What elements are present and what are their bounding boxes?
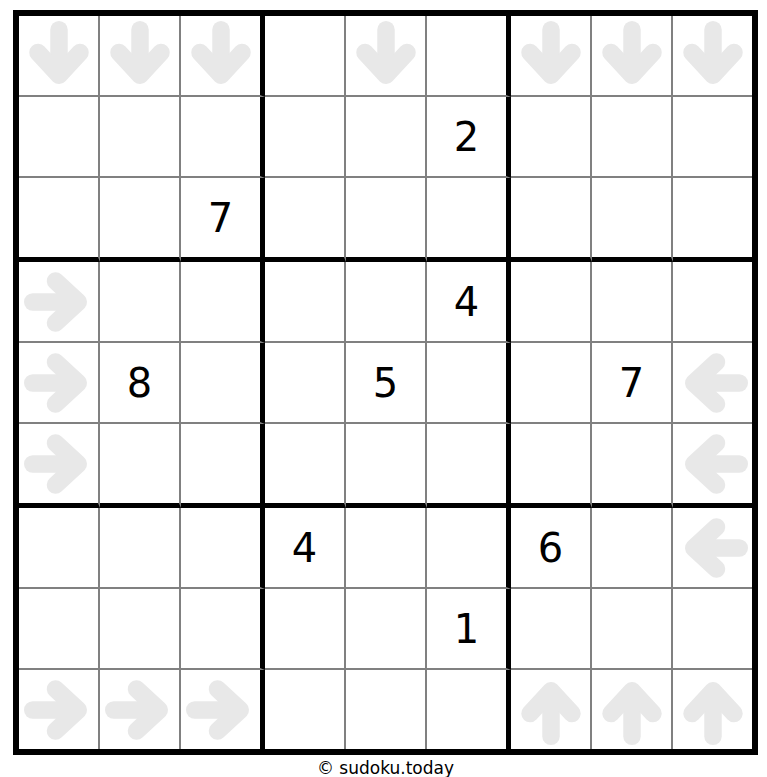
cell-r9c4[interactable] [265, 670, 346, 749]
cell-r1c5[interactable] [346, 16, 427, 97]
cell-r1c1[interactable] [19, 16, 100, 97]
cell-r2c6: 2 [427, 97, 511, 178]
cell-r5c1[interactable] [19, 343, 100, 424]
arrow-down-icon [597, 21, 667, 91]
cell-r7c3[interactable] [181, 508, 265, 589]
cell-r7c9[interactable] [673, 508, 752, 589]
arrow-left-icon [678, 513, 748, 583]
given-digit: 4 [292, 528, 317, 568]
cell-r9c9[interactable] [673, 670, 752, 749]
cell-r6c9[interactable] [673, 424, 752, 508]
copyright: © sudoku.today [13, 758, 758, 777]
cell-r5c2: 8 [100, 343, 181, 424]
cell-r1c7[interactable] [511, 16, 592, 97]
cell-r4c8[interactable] [592, 262, 673, 343]
cell-r4c1[interactable] [19, 262, 100, 343]
cell-r5c8: 7 [592, 343, 673, 424]
given-digit: 5 [373, 363, 398, 403]
cell-r7c2[interactable] [100, 508, 181, 589]
cell-r3c8[interactable] [592, 178, 673, 262]
arrow-right-icon [24, 348, 94, 418]
cell-r8c4[interactable] [265, 589, 346, 670]
cell-r4c7[interactable] [511, 262, 592, 343]
arrow-up-icon [597, 675, 667, 745]
cell-r5c4[interactable] [265, 343, 346, 424]
cell-r9c3[interactable] [181, 670, 265, 749]
cell-r9c8[interactable] [592, 670, 673, 749]
cell-r3c3: 7 [181, 178, 265, 262]
cell-r9c2[interactable] [100, 670, 181, 749]
cell-r2c3[interactable] [181, 97, 265, 178]
cell-r5c9[interactable] [673, 343, 752, 424]
cell-r6c5[interactable] [346, 424, 427, 508]
cell-r1c8[interactable] [592, 16, 673, 97]
cell-r1c4[interactable] [265, 16, 346, 97]
cell-r2c2[interactable] [100, 97, 181, 178]
arrow-right-icon [105, 675, 175, 745]
cell-r8c7[interactable] [511, 589, 592, 670]
cell-r9c7[interactable] [511, 670, 592, 749]
cell-r5c6[interactable] [427, 343, 511, 424]
cell-r8c1[interactable] [19, 589, 100, 670]
cell-r3c6[interactable] [427, 178, 511, 262]
arrow-right-icon [24, 429, 94, 499]
cell-r4c5[interactable] [346, 262, 427, 343]
arrow-down-icon [24, 21, 94, 91]
cell-r2c8[interactable] [592, 97, 673, 178]
cell-r6c7[interactable] [511, 424, 592, 508]
cell-r3c1[interactable] [19, 178, 100, 262]
cell-r2c1[interactable] [19, 97, 100, 178]
cell-r6c4[interactable] [265, 424, 346, 508]
cell-r5c7[interactable] [511, 343, 592, 424]
arrow-down-icon [351, 21, 421, 91]
cell-r6c8[interactable] [592, 424, 673, 508]
cell-r9c6[interactable] [427, 670, 511, 749]
cell-r7c1[interactable] [19, 508, 100, 589]
given-digit: 1 [454, 609, 479, 649]
cell-r2c5[interactable] [346, 97, 427, 178]
cell-r8c3[interactable] [181, 589, 265, 670]
cell-r9c5[interactable] [346, 670, 427, 749]
cell-r7c6[interactable] [427, 508, 511, 589]
page: 274857461 © sudoku.today [0, 0, 767, 777]
cell-r8c5[interactable] [346, 589, 427, 670]
cell-r2c9[interactable] [673, 97, 752, 178]
arrow-down-icon [516, 21, 586, 91]
cell-r6c3[interactable] [181, 424, 265, 508]
cell-r1c2[interactable] [100, 16, 181, 97]
cell-r4c3[interactable] [181, 262, 265, 343]
arrow-left-icon [678, 429, 748, 499]
cell-r3c2[interactable] [100, 178, 181, 262]
cell-r6c1[interactable] [19, 424, 100, 508]
arrow-up-icon [516, 675, 586, 745]
arrow-down-icon [105, 21, 175, 91]
cell-r6c2[interactable] [100, 424, 181, 508]
arrow-down-icon [678, 21, 748, 91]
sudoku-board: 274857461 [13, 10, 758, 755]
cell-r8c6: 1 [427, 589, 511, 670]
arrow-right-icon [24, 675, 94, 745]
cell-r1c6[interactable] [427, 16, 511, 97]
cell-r6c6[interactable] [427, 424, 511, 508]
cell-r1c9[interactable] [673, 16, 752, 97]
cell-r7c7: 6 [511, 508, 592, 589]
cell-r2c4[interactable] [265, 97, 346, 178]
cell-r3c7[interactable] [511, 178, 592, 262]
arrow-up-icon [678, 675, 748, 745]
cell-r7c4: 4 [265, 508, 346, 589]
cell-r4c9[interactable] [673, 262, 752, 343]
cell-r4c6: 4 [427, 262, 511, 343]
arrow-right-icon [186, 675, 256, 745]
given-digit: 4 [454, 282, 479, 322]
cell-r5c5: 5 [346, 343, 427, 424]
arrow-right-icon [24, 267, 94, 337]
arrow-down-icon [186, 21, 256, 91]
cell-r3c4[interactable] [265, 178, 346, 262]
cell-r4c4[interactable] [265, 262, 346, 343]
cell-r8c8[interactable] [592, 589, 673, 670]
cell-r8c2[interactable] [100, 589, 181, 670]
given-digit: 7 [619, 363, 644, 403]
given-digit: 7 [208, 198, 233, 238]
cell-r9c1[interactable] [19, 670, 100, 749]
cell-r3c5[interactable] [346, 178, 427, 262]
given-digit: 8 [127, 363, 152, 403]
cell-r2c7[interactable] [511, 97, 592, 178]
given-digit: 6 [538, 528, 563, 568]
given-digit: 2 [454, 117, 479, 157]
arrow-left-icon [678, 348, 748, 418]
cell-r5c3[interactable] [181, 343, 265, 424]
cell-r4c2[interactable] [100, 262, 181, 343]
cell-r3c9[interactable] [673, 178, 752, 262]
cell-r1c3[interactable] [181, 16, 265, 97]
cell-r7c5[interactable] [346, 508, 427, 589]
cell-r8c9[interactable] [673, 589, 752, 670]
cell-r7c8[interactable] [592, 508, 673, 589]
